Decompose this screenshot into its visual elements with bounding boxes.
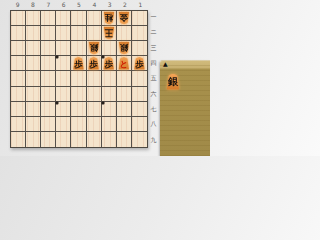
square-8-3[interactable] xyxy=(26,41,41,56)
square-6-2[interactable] xyxy=(56,26,71,41)
hoshi-dot xyxy=(102,102,105,105)
piece-kanji: 桂 xyxy=(103,12,115,25)
square-3-8[interactable] xyxy=(102,117,117,132)
piece-銀-2三[interactable]: 銀 xyxy=(118,42,130,55)
rank-label-5: 五 xyxy=(149,71,158,86)
square-8-7[interactable] xyxy=(26,102,41,117)
square-9-7[interactable] xyxy=(11,102,26,117)
square-6-8[interactable] xyxy=(56,117,71,132)
square-4-9[interactable] xyxy=(87,132,102,147)
square-2-8[interactable] xyxy=(117,117,132,132)
square-4-8[interactable] xyxy=(87,117,102,132)
file-label-9: 9 xyxy=(10,1,25,9)
square-9-6[interactable] xyxy=(11,87,26,102)
square-3-9[interactable] xyxy=(102,132,117,147)
square-5-2[interactable] xyxy=(71,26,86,41)
square-1-8[interactable] xyxy=(132,117,147,132)
square-4-1[interactable] xyxy=(87,11,102,26)
square-5-8[interactable] xyxy=(71,117,86,132)
piece-kanji: 銀 xyxy=(118,42,130,55)
square-4-7[interactable] xyxy=(87,102,102,117)
square-4-3[interactable]: 銀 xyxy=(87,41,102,56)
square-1-2[interactable] xyxy=(132,26,147,41)
file-label-7: 7 xyxy=(41,1,56,9)
square-7-2[interactable] xyxy=(41,26,56,41)
square-5-3[interactable] xyxy=(71,41,86,56)
square-5-4[interactable]: 歩 xyxy=(71,56,86,71)
piece-kanji: 歩 xyxy=(72,57,84,70)
piece-歩-3四[interactable]: 歩 xyxy=(103,57,115,70)
file-label-3: 3 xyxy=(102,1,117,9)
square-2-2[interactable] xyxy=(117,26,132,41)
piece-kanji: と xyxy=(118,57,130,70)
square-6-7[interactable] xyxy=(56,102,71,117)
piece-歩-5四[interactable]: 歩 xyxy=(72,57,84,70)
piece-桂-3一[interactable]: 桂 xyxy=(103,12,115,25)
square-8-6[interactable] xyxy=(26,87,41,102)
square-3-2[interactable]: 王 xyxy=(102,26,117,41)
square-2-6[interactable] xyxy=(117,87,132,102)
sente-hand-pieces: 銀 xyxy=(166,70,180,90)
square-3-1[interactable]: 桂 xyxy=(102,11,117,26)
square-3-4[interactable]: 歩 xyxy=(102,56,117,71)
file-label-2: 2 xyxy=(117,1,132,9)
square-2-1[interactable]: 金 xyxy=(117,11,132,26)
shogi-board: 桂金王銀銀歩歩歩と歩 xyxy=(10,10,148,148)
piece-歩-4四[interactable]: 歩 xyxy=(88,57,100,70)
square-7-7[interactable] xyxy=(41,102,56,117)
piece-kanji: 歩 xyxy=(133,57,145,70)
rank-label-7: 七 xyxy=(149,102,158,117)
square-9-5[interactable] xyxy=(11,71,26,86)
square-7-4[interactable] xyxy=(41,56,56,71)
square-1-7[interactable] xyxy=(132,102,147,117)
square-5-9[interactable] xyxy=(71,132,86,147)
square-8-8[interactable] xyxy=(26,117,41,132)
file-label-5: 5 xyxy=(71,1,86,9)
file-label-6: 6 xyxy=(56,1,71,9)
piece-kanji: 歩 xyxy=(103,57,115,70)
square-3-3[interactable] xyxy=(102,41,117,56)
square-4-6[interactable] xyxy=(87,87,102,102)
rank-label-2: 二 xyxy=(149,25,158,40)
piece-銀-4三[interactable]: 銀 xyxy=(88,42,100,55)
square-5-5[interactable] xyxy=(71,71,86,86)
hoshi-dot xyxy=(56,102,59,105)
piece-金-2一[interactable]: 金 xyxy=(118,12,130,25)
sente-komadai: ▲ 銀 xyxy=(160,60,210,156)
rank-label-6: 六 xyxy=(149,87,158,102)
square-7-6[interactable] xyxy=(41,87,56,102)
square-2-4[interactable]: と xyxy=(117,56,132,71)
rank-label-8: 八 xyxy=(149,117,158,132)
square-1-3[interactable] xyxy=(132,41,147,56)
square-1-1[interactable] xyxy=(132,11,147,26)
square-9-1[interactable] xyxy=(11,11,26,26)
square-6-4[interactable] xyxy=(56,56,71,71)
square-2-3[interactable]: 銀 xyxy=(117,41,132,56)
square-4-4[interactable]: 歩 xyxy=(87,56,102,71)
file-label-4: 4 xyxy=(87,1,102,9)
square-7-8[interactable] xyxy=(41,117,56,132)
rank-label-4: 四 xyxy=(149,56,158,71)
square-7-5[interactable] xyxy=(41,71,56,86)
square-6-3[interactable] xyxy=(56,41,71,56)
square-7-1[interactable] xyxy=(41,11,56,26)
square-1-4[interactable]: 歩 xyxy=(132,56,147,71)
square-9-9[interactable] xyxy=(11,132,26,147)
square-5-6[interactable] xyxy=(71,87,86,102)
square-6-9[interactable] xyxy=(56,132,71,147)
square-2-9[interactable] xyxy=(117,132,132,147)
square-4-2[interactable] xyxy=(87,26,102,41)
square-5-1[interactable] xyxy=(71,11,86,26)
square-6-5[interactable] xyxy=(56,71,71,86)
square-6-1[interactable] xyxy=(56,11,71,26)
piece-kanji: 金 xyxy=(118,12,130,25)
square-1-6[interactable] xyxy=(132,87,147,102)
square-3-5[interactable] xyxy=(102,71,117,86)
square-9-3[interactable] xyxy=(11,41,26,56)
square-9-8[interactable] xyxy=(11,117,26,132)
file-coordinate-labels: 987654321 xyxy=(10,1,148,9)
square-2-7[interactable] xyxy=(117,102,132,117)
square-7-3[interactable] xyxy=(41,41,56,56)
rank-label-9: 九 xyxy=(149,133,158,148)
square-5-7[interactable] xyxy=(71,102,86,117)
piece-kanji: 銀 xyxy=(88,42,100,55)
square-8-5[interactable] xyxy=(26,71,41,86)
piece-王-3二[interactable]: 王 xyxy=(103,27,115,40)
square-9-2[interactable] xyxy=(11,26,26,41)
hoshi-dot xyxy=(56,56,59,59)
piece-kanji: 歩 xyxy=(88,57,100,70)
square-4-5[interactable] xyxy=(87,71,102,86)
square-9-4[interactable] xyxy=(11,56,26,71)
square-7-9[interactable] xyxy=(41,132,56,147)
piece-と-2四[interactable]: と xyxy=(118,57,130,70)
piece-歩-1四[interactable]: 歩 xyxy=(133,57,145,70)
rank-coordinate-labels: 一二三四五六七八九 xyxy=(149,10,158,148)
square-8-4[interactable] xyxy=(26,56,41,71)
file-label-8: 8 xyxy=(25,1,40,9)
square-3-6[interactable] xyxy=(102,87,117,102)
hand-piece-kanji: 銀 xyxy=(166,74,180,90)
square-8-1[interactable] xyxy=(26,11,41,26)
square-8-2[interactable] xyxy=(26,26,41,41)
piece-kanji: 王 xyxy=(103,27,115,40)
rank-label-1: 一 xyxy=(149,10,158,25)
hand-piece-銀[interactable]: 銀 xyxy=(166,74,180,90)
square-8-9[interactable] xyxy=(26,132,41,147)
square-1-9[interactable] xyxy=(132,132,147,147)
square-6-6[interactable] xyxy=(56,87,71,102)
square-2-5[interactable] xyxy=(117,71,132,86)
rank-label-3: 三 xyxy=(149,41,158,56)
file-label-1: 1 xyxy=(133,1,148,9)
square-1-5[interactable] xyxy=(132,71,147,86)
sente-to-move-icon: ▲ xyxy=(163,60,168,68)
